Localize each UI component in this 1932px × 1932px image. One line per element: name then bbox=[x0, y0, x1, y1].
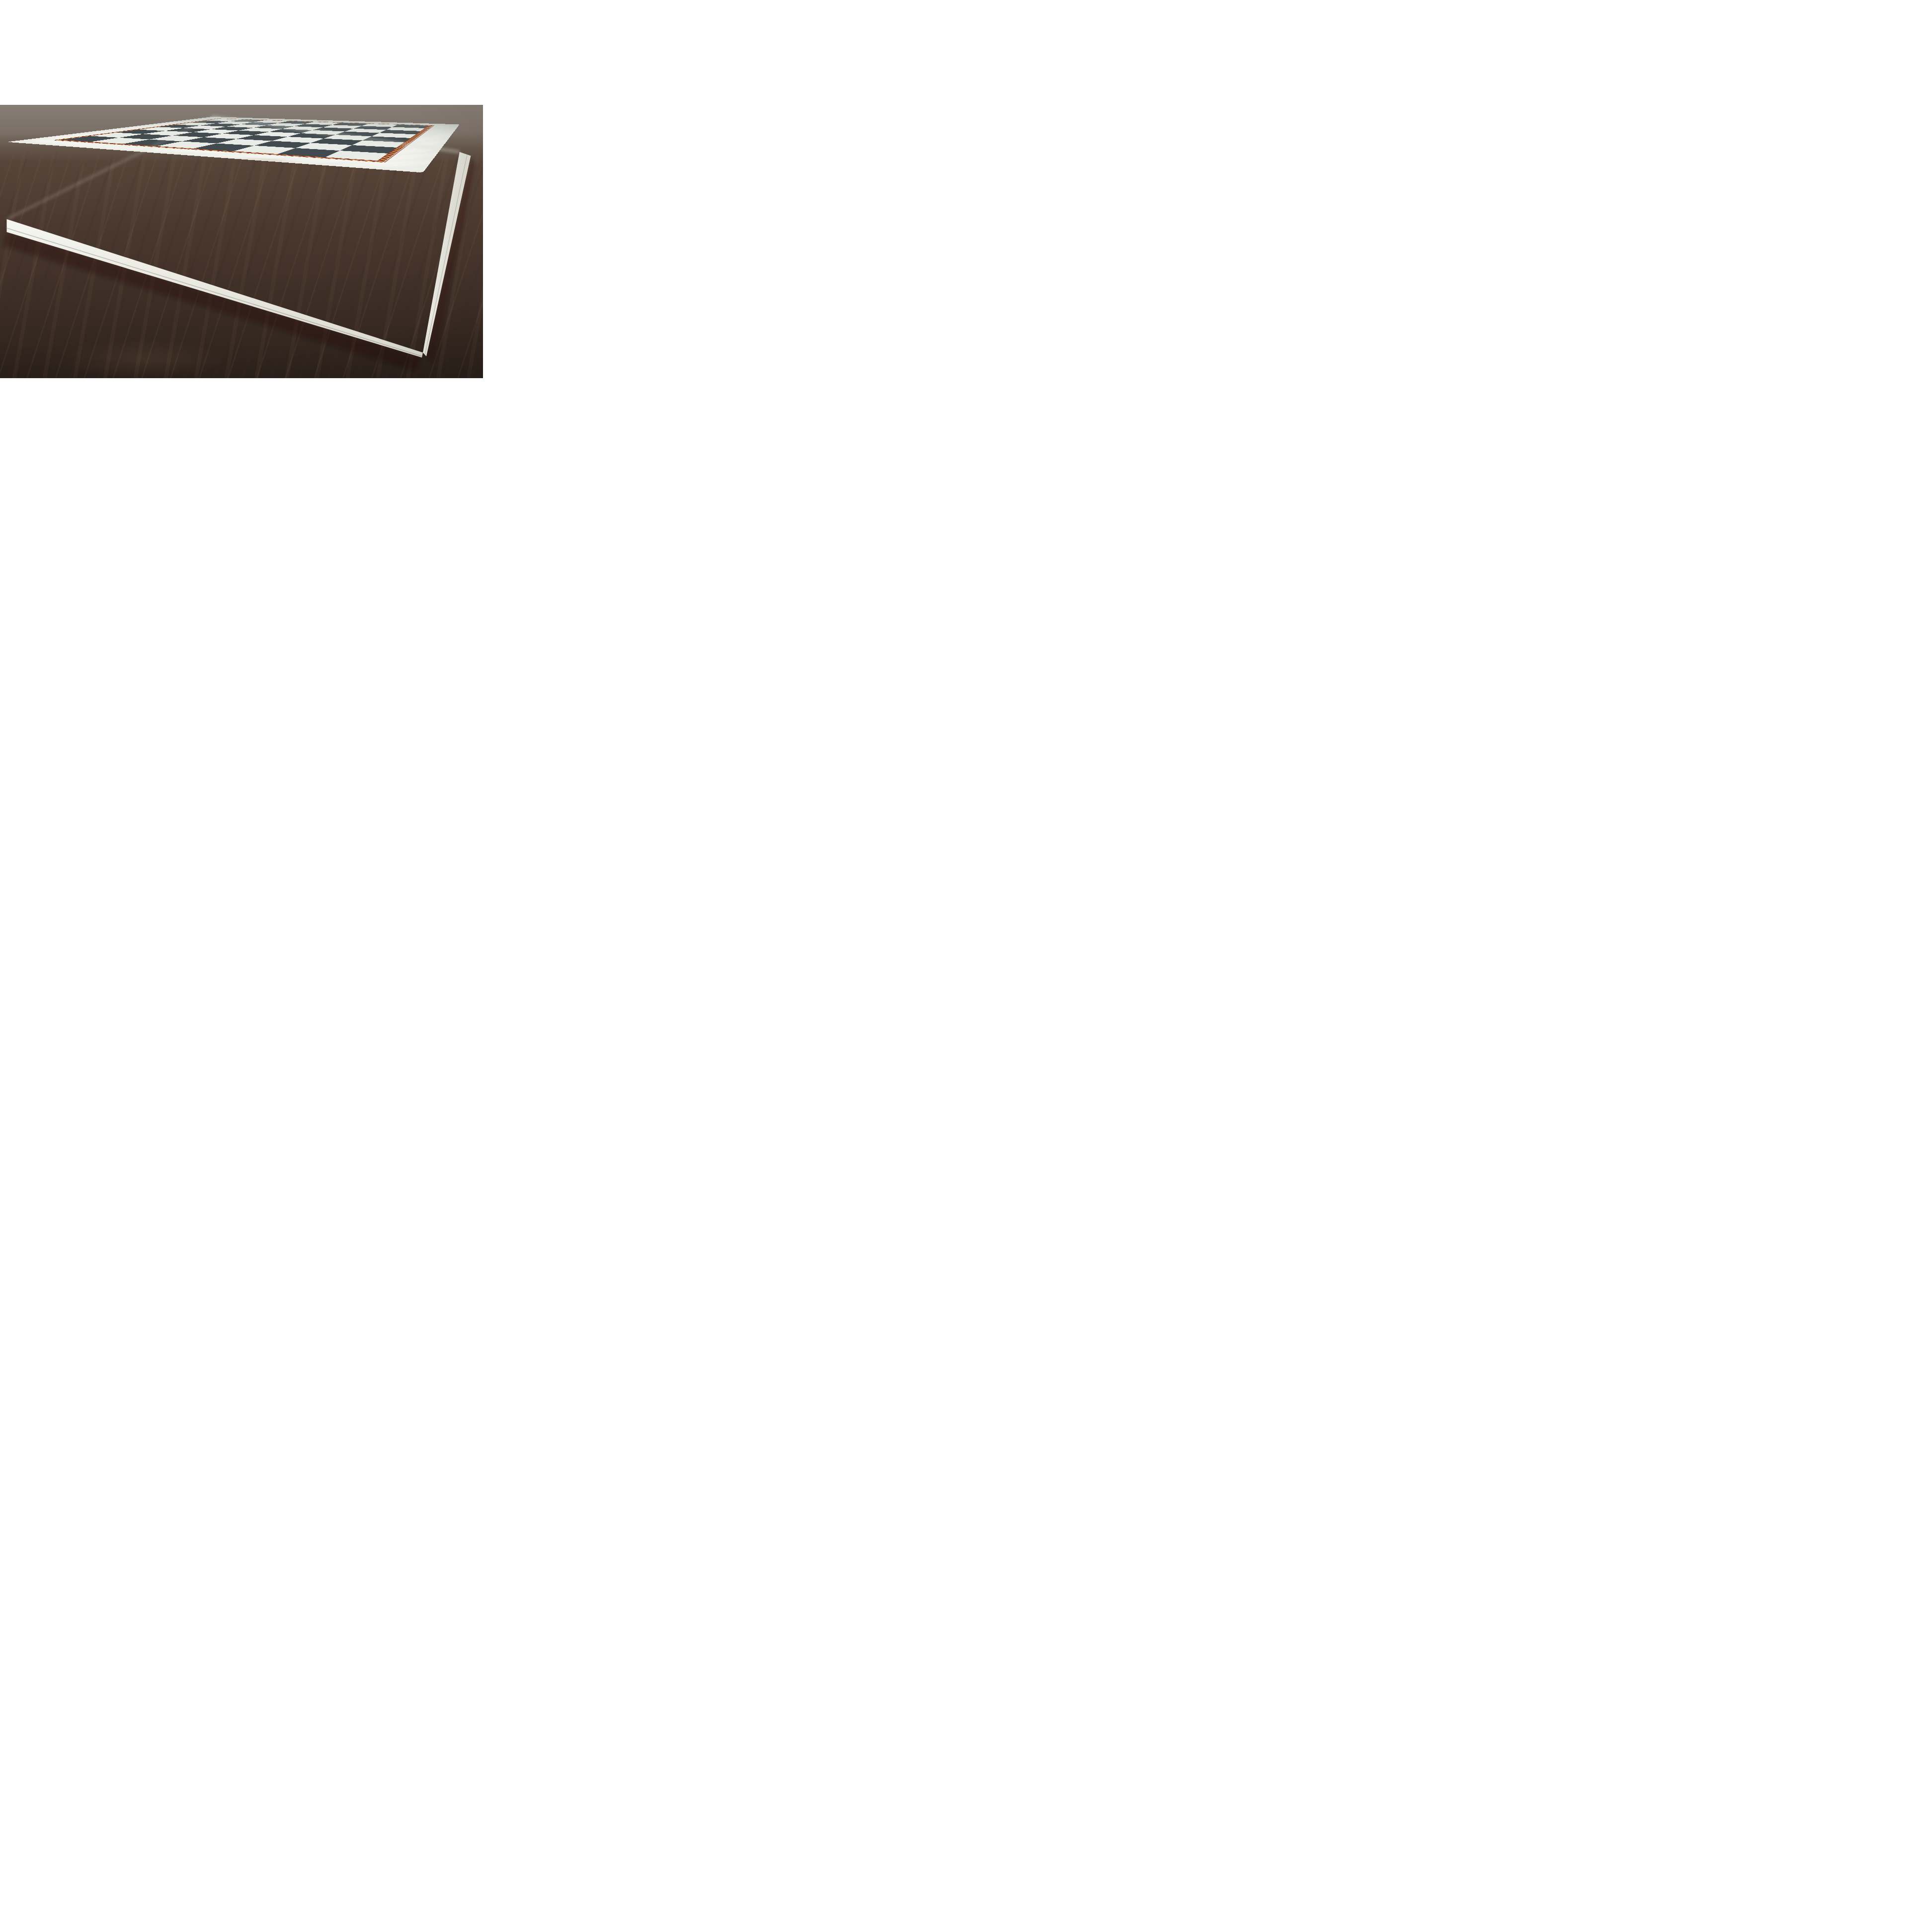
photo-area bbox=[0, 105, 483, 378]
board-cast-shadow bbox=[3, 157, 477, 371]
board-right-side-face bbox=[423, 152, 471, 356]
board-near-side-face bbox=[7, 219, 423, 358]
near-edge-groove bbox=[7, 228, 422, 356]
right-edge-groove bbox=[425, 155, 467, 356]
scene bbox=[0, 0, 483, 483]
